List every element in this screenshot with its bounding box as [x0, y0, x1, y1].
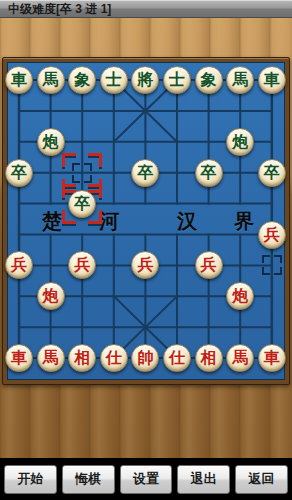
piece-red-horse-left[interactable]: 馬 [37, 344, 65, 372]
piece-red-advisor-left[interactable]: 仕 [100, 344, 128, 372]
piece-red-elephant-right[interactable]: 相 [195, 344, 223, 372]
piece-black-pawn-c-advanced[interactable]: 卒 [68, 190, 96, 218]
piece-black-pawn-g[interactable]: 卒 [195, 159, 223, 187]
piece-black-pawn-i[interactable]: 卒 [258, 159, 286, 187]
piece-red-advisor-right[interactable]: 仕 [163, 344, 191, 372]
piece-black-pawn-a[interactable]: 卒 [5, 159, 33, 187]
piece-black-elephant-right[interactable]: 象 [195, 66, 223, 94]
piece-black-advisor-right[interactable]: 士 [163, 66, 191, 94]
toolbar: 开始 悔棋 设置 退出 返回 [0, 458, 292, 500]
piece-red-chariot-right[interactable]: 車 [258, 344, 286, 372]
piece-black-pawn-e[interactable]: 卒 [131, 159, 159, 187]
start-button[interactable]: 开始 [4, 465, 57, 494]
piece-black-elephant-left[interactable]: 象 [68, 66, 96, 94]
back-button[interactable]: 返回 [235, 465, 288, 494]
settings-button[interactable]: 设置 [120, 465, 173, 494]
piece-red-pawn-g[interactable]: 兵 [195, 251, 223, 279]
piece-red-chariot-left[interactable]: 車 [5, 344, 33, 372]
undo-button[interactable]: 悔棋 [62, 465, 115, 494]
piece-black-chariot-left[interactable]: 車 [5, 66, 33, 94]
exit-button[interactable]: 退出 [177, 465, 230, 494]
title-text: 中级难度[卒 3 进 1] [8, 2, 111, 16]
title-bar: 中级难度[卒 3 进 1] [0, 0, 292, 18]
piece-red-pawn-i-advanced[interactable]: 兵 [258, 221, 286, 249]
piece-red-cannon-left[interactable]: 炮 [37, 282, 65, 310]
piece-black-horse-right[interactable]: 馬 [226, 66, 254, 94]
piece-black-horse-left[interactable]: 馬 [37, 66, 65, 94]
vacated-point-marker [262, 255, 282, 275]
piece-black-advisor-left[interactable]: 士 [100, 66, 128, 94]
app-window: 中级难度[卒 3 进 1] [0, 0, 292, 500]
river-label-right: 汉 界 [177, 210, 270, 232]
piece-black-cannon-left[interactable]: 炮 [37, 128, 65, 156]
piece-black-chariot-right[interactable]: 車 [258, 66, 286, 94]
piece-black-cannon-right[interactable]: 炮 [226, 128, 254, 156]
